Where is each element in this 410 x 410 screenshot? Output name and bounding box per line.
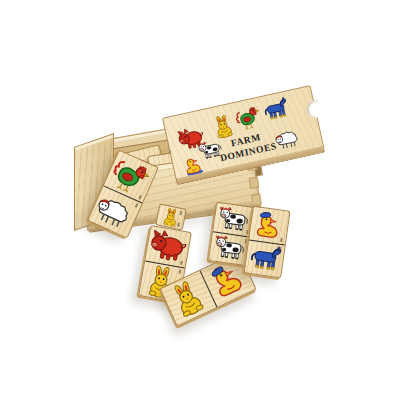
duck-with-hat-icon	[249, 207, 289, 244]
product-photo: FARM DOMINOES	[0, 0, 410, 410]
domino-duck-with-hat-horse[interactable]	[243, 206, 290, 279]
horse-icon	[257, 95, 294, 125]
lid-finger-notch[interactable]	[305, 99, 325, 119]
finger-joint	[251, 194, 261, 206]
horse-icon	[245, 239, 285, 277]
duck-icon	[178, 153, 209, 178]
finger-joint	[249, 177, 259, 189]
box-sliding-lid[interactable]: FARM DOMINOES	[162, 85, 324, 180]
